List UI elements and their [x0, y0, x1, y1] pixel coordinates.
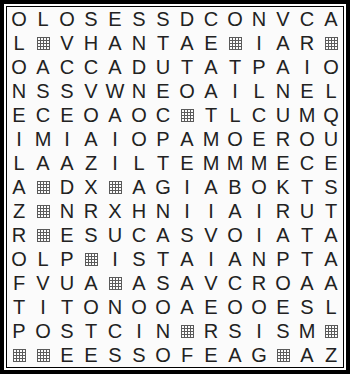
letter-cell[interactable]: O [151, 295, 175, 319]
letter-cell[interactable]: A [175, 295, 199, 319]
letter-cell[interactable]: U [151, 55, 175, 79]
letter-cell[interactable]: R [271, 127, 295, 151]
letter-cell[interactable]: L [7, 31, 31, 55]
letter-cell[interactable]: N [55, 199, 79, 223]
letter-cell[interactable]: S [31, 79, 55, 103]
blocked-cell [79, 247, 103, 271]
letter-cell[interactable]: U [103, 223, 127, 247]
letter-cell[interactable]: I [223, 79, 247, 103]
letter-cell[interactable]: C [247, 103, 271, 127]
crosshatch-icon [37, 229, 50, 242]
letter-cell[interactable]: A [127, 175, 151, 199]
blocked-cell [31, 343, 55, 367]
crosshatch-icon [109, 181, 122, 194]
letter-cell[interactable]: A [79, 127, 103, 151]
letter-cell[interactable]: O [223, 223, 247, 247]
letter-cell[interactable]: T [223, 55, 247, 79]
letter-cell[interactable]: A [151, 223, 175, 247]
letter-cell[interactable]: A [175, 247, 199, 271]
letter-cell[interactable]: D [127, 55, 151, 79]
letter-cell[interactable]: P [247, 55, 271, 79]
letter-cell[interactable]: I [55, 127, 79, 151]
letter-cell[interactable]: E [175, 151, 199, 175]
letter-cell[interactable]: M [247, 151, 271, 175]
letter-cell[interactable]: E [151, 79, 175, 103]
letter-cell[interactable]: O [7, 55, 31, 79]
letter-cell[interactable]: A [127, 271, 151, 295]
letter-cell[interactable]: O [271, 271, 295, 295]
letter-cell[interactable]: R [7, 223, 31, 247]
letter-cell[interactable]: D [175, 7, 199, 31]
letter-cell[interactable]: P [55, 247, 79, 271]
letter-cell[interactable]: R [271, 199, 295, 223]
letter-cell[interactable]: I [175, 199, 199, 223]
letter-cell[interactable]: P [7, 319, 31, 343]
letter-cell[interactable]: A [103, 55, 127, 79]
letter-cell[interactable]: I [247, 319, 271, 343]
blocked-cell [31, 199, 55, 223]
letter-cell[interactable]: S [103, 343, 127, 367]
letter-cell[interactable]: C [151, 103, 175, 127]
blocked-cell [103, 175, 127, 199]
crosshatch-icon [37, 181, 50, 194]
letter-cell[interactable]: Q [319, 103, 343, 127]
letter-cell[interactable]: D [55, 175, 79, 199]
letter-cell[interactable]: C [55, 55, 79, 79]
blocked-cell [175, 103, 199, 127]
letter-cell[interactable]: U [271, 103, 295, 127]
letter-cell[interactable]: S [151, 7, 175, 31]
letter-cell[interactable]: T [199, 103, 223, 127]
letter-cell[interactable]: G [247, 343, 271, 367]
letter-cell[interactable]: O [127, 127, 151, 151]
letter-cell[interactable]: M [223, 151, 247, 175]
letter-cell[interactable]: E [7, 103, 31, 127]
crosshatch-icon [181, 325, 194, 338]
letter-cell[interactable]: A [319, 223, 343, 247]
letter-cell[interactable]: A [271, 223, 295, 247]
letter-cell[interactable]: O [247, 175, 271, 199]
letter-cell[interactable]: A [271, 31, 295, 55]
letter-cell[interactable]: A [295, 343, 319, 367]
crosshatch-icon [13, 349, 26, 362]
letter-cell[interactable]: M [199, 127, 223, 151]
letter-cell[interactable]: A [319, 271, 343, 295]
crosshatch-icon [37, 37, 50, 50]
blocked-cell [31, 223, 55, 247]
letter-cell[interactable]: S [151, 271, 175, 295]
letter-cell[interactable]: P [151, 127, 175, 151]
letter-cell[interactable]: X [79, 175, 103, 199]
letter-cell[interactable]: W [103, 79, 127, 103]
letter-cell[interactable]: V [271, 7, 295, 31]
letter-cell[interactable]: Z [7, 199, 31, 223]
letter-cell[interactable]: O [31, 319, 55, 343]
letter-cell[interactable]: V [79, 79, 103, 103]
letter-cell[interactable]: S [175, 223, 199, 247]
letter-cell[interactable]: E [271, 295, 295, 319]
letter-cell[interactable]: K [271, 175, 295, 199]
letter-cell[interactable]: C [295, 151, 319, 175]
letter-cell[interactable]: O [223, 127, 247, 151]
letter-cell[interactable]: I [295, 55, 319, 79]
letter-cell[interactable]: S [271, 319, 295, 343]
letter-cell[interactable]: R [295, 31, 319, 55]
letter-cell[interactable]: A [319, 247, 343, 271]
letter-cell[interactable]: M [295, 103, 319, 127]
letter-cell[interactable]: L [319, 79, 343, 103]
letter-cell[interactable]: O [7, 7, 31, 31]
letter-cell[interactable]: A [175, 31, 199, 55]
letter-cell[interactable]: U [295, 199, 319, 223]
letter-cell[interactable]: T [295, 247, 319, 271]
letter-cell[interactable]: L [319, 295, 343, 319]
letter-cell[interactable]: L [7, 151, 31, 175]
letter-cell[interactable]: A [295, 271, 319, 295]
letter-cell[interactable]: T [319, 199, 343, 223]
blocked-cell [319, 31, 343, 55]
letter-cell[interactable]: H [127, 199, 151, 223]
letter-cell[interactable]: S [79, 7, 103, 31]
letter-cell[interactable]: R [199, 319, 223, 343]
crosshatch-icon [277, 349, 290, 362]
letter-cell[interactable]: S [223, 319, 247, 343]
letter-cell[interactable]: C [127, 223, 151, 247]
letter-cell[interactable]: V [31, 271, 55, 295]
letter-cell[interactable]: O [247, 295, 271, 319]
letter-cell[interactable]: O [79, 103, 103, 127]
letter-cell[interactable]: A [271, 55, 295, 79]
letter-cell[interactable]: C [31, 103, 55, 127]
letter-cell[interactable]: L [247, 79, 271, 103]
letter-cell[interactable]: H [79, 31, 103, 55]
letter-cell[interactable]: A [103, 103, 127, 127]
letter-cell[interactable]: T [151, 151, 175, 175]
letter-cell[interactable]: A [199, 55, 223, 79]
letter-cell[interactable]: I [7, 127, 31, 151]
letter-cell[interactable]: E [271, 151, 295, 175]
letter-cell[interactable]: I [247, 31, 271, 55]
letter-cell[interactable]: A [223, 343, 247, 367]
letter-cell[interactable]: M [199, 151, 223, 175]
letter-cell[interactable]: A [7, 175, 31, 199]
letter-cell[interactable]: N [247, 247, 271, 271]
letter-cell[interactable]: U [319, 127, 343, 151]
blocked-cell [175, 319, 199, 343]
letter-cell[interactable]: A [175, 271, 199, 295]
letter-cell[interactable]: I [31, 295, 55, 319]
crosshatch-icon [229, 37, 242, 50]
letter-cell[interactable]: N [127, 79, 151, 103]
letter-cell[interactable]: N [271, 79, 295, 103]
letter-cell[interactable]: S [127, 343, 151, 367]
letter-cell[interactable]: O [295, 127, 319, 151]
letter-cell[interactable]: O [319, 55, 343, 79]
letter-cell[interactable]: T [79, 319, 103, 343]
letter-cell[interactable]: E [295, 79, 319, 103]
letter-cell[interactable]: O [79, 295, 103, 319]
letter-cell[interactable]: A [223, 247, 247, 271]
letter-cell[interactable]: A [175, 127, 199, 151]
letter-cell[interactable]: E [199, 31, 223, 55]
letter-cell[interactable]: A [31, 151, 55, 175]
blocked-cell [31, 175, 55, 199]
letter-cell[interactable]: G [151, 175, 175, 199]
letter-cell[interactable]: I [103, 127, 127, 151]
letter-cell[interactable]: S [55, 319, 79, 343]
letter-cell[interactable]: Z [319, 343, 343, 367]
letter-cell[interactable]: L [31, 247, 55, 271]
blocked-cell [31, 31, 55, 55]
letter-cell[interactable]: T [175, 55, 199, 79]
letter-cell[interactable]: F [7, 271, 31, 295]
letter-cell[interactable]: E [199, 343, 223, 367]
blocked-cell [7, 343, 31, 367]
letter-cell[interactable]: A [103, 31, 127, 55]
letter-cell[interactable]: A [199, 79, 223, 103]
letter-cell[interactable]: F [175, 343, 199, 367]
letter-cell[interactable]: I [247, 223, 271, 247]
crosshatch-icon [37, 349, 50, 362]
letter-cell[interactable]: O [55, 7, 79, 31]
letter-cell[interactable]: L [31, 7, 55, 31]
letter-cell[interactable]: N [151, 199, 175, 223]
crosshatch-icon [37, 205, 50, 218]
letter-cell[interactable]: X [103, 199, 127, 223]
blocked-cell [223, 31, 247, 55]
letter-cell[interactable]: V [199, 223, 223, 247]
blocked-cell [271, 343, 295, 367]
letter-cell[interactable]: N [103, 295, 127, 319]
letter-cell[interactable]: V [55, 31, 79, 55]
letter-cell[interactable]: C [199, 7, 223, 31]
letter-cell[interactable]: I [103, 151, 127, 175]
letter-cell[interactable]: L [127, 151, 151, 175]
letter-cell[interactable]: S [127, 247, 151, 271]
letter-cell[interactable]: P [271, 247, 295, 271]
letter-cell[interactable]: O [223, 7, 247, 31]
letter-cell[interactable]: B [223, 175, 247, 199]
letter-cell[interactable]: N [151, 319, 175, 343]
letter-cell[interactable]: E [199, 295, 223, 319]
letter-cell[interactable]: R [247, 271, 271, 295]
letter-cell[interactable]: S [319, 175, 343, 199]
letter-cell[interactable]: E [55, 343, 79, 367]
letter-cell[interactable]: V [199, 271, 223, 295]
letter-cell[interactable]: O [175, 79, 199, 103]
letter-cell[interactable]: L [223, 103, 247, 127]
letter-cell[interactable]: O [7, 247, 31, 271]
letter-cell[interactable]: C [223, 271, 247, 295]
letter-cell[interactable]: E [79, 343, 103, 367]
letter-cell[interactable]: I [175, 175, 199, 199]
letter-cell[interactable]: I [199, 199, 223, 223]
crosshatch-icon [85, 253, 98, 266]
letter-cell[interactable]: C [295, 7, 319, 31]
word-search-board: OLOSESSDCONVCALVHANTAEIAROACCADUTATPAION… [0, 0, 350, 374]
letter-cell[interactable]: N [247, 7, 271, 31]
crosshatch-icon [109, 277, 122, 290]
blocked-cell [319, 319, 343, 343]
word-search-grid: OLOSESSDCONVCALVHANTAEIAROACCADUTATPAION… [6, 6, 344, 368]
letter-cell[interactable]: M [31, 127, 55, 151]
letter-cell[interactable]: S [295, 295, 319, 319]
letter-cell[interactable]: A [79, 271, 103, 295]
letter-cell[interactable]: M [295, 319, 319, 343]
letter-cell[interactable]: A [223, 199, 247, 223]
crosshatch-icon [181, 109, 194, 122]
letter-cell[interactable]: T [7, 295, 31, 319]
letter-cell[interactable]: I [127, 319, 151, 343]
letter-cell[interactable]: T [295, 175, 319, 199]
letter-cell[interactable]: E [55, 103, 79, 127]
letter-cell[interactable]: I [247, 199, 271, 223]
letter-cell[interactable]: A [31, 55, 55, 79]
letter-cell[interactable]: T [151, 31, 175, 55]
letter-cell[interactable]: N [127, 31, 151, 55]
letter-cell[interactable]: O [151, 343, 175, 367]
letter-cell[interactable]: C [103, 319, 127, 343]
letter-cell[interactable]: A [55, 151, 79, 175]
letter-cell[interactable]: S [127, 7, 151, 31]
blocked-cell [103, 271, 127, 295]
letter-cell[interactable]: O [127, 103, 151, 127]
letter-cell[interactable]: R [79, 199, 103, 223]
letter-cell[interactable]: T [55, 295, 79, 319]
letter-cell[interactable]: E [55, 223, 79, 247]
letter-cell[interactable]: O [223, 295, 247, 319]
letter-cell[interactable]: C [79, 55, 103, 79]
letter-cell[interactable]: N [7, 79, 31, 103]
letter-cell[interactable]: Z [79, 151, 103, 175]
letter-cell[interactable]: T [151, 247, 175, 271]
letter-cell[interactable]: A [199, 175, 223, 199]
letter-cell[interactable]: E [247, 127, 271, 151]
letter-cell[interactable]: I [199, 247, 223, 271]
letter-cell[interactable]: A [319, 7, 343, 31]
letter-cell[interactable]: T [295, 223, 319, 247]
letter-cell[interactable]: U [55, 271, 79, 295]
letter-cell[interactable]: S [79, 223, 103, 247]
letter-cell[interactable]: O [127, 295, 151, 319]
letter-cell[interactable]: E [319, 151, 343, 175]
letter-cell[interactable]: S [55, 79, 79, 103]
crosshatch-icon [325, 325, 338, 338]
letter-cell[interactable]: I [103, 247, 127, 271]
letter-cell[interactable]: E [103, 7, 127, 31]
crosshatch-icon [325, 37, 338, 50]
